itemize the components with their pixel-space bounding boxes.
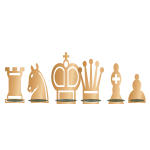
pawn-felt-base xyxy=(130,99,145,102)
queen-felt-base xyxy=(81,99,102,102)
king-felt-base xyxy=(55,99,77,102)
bishop-felt-base xyxy=(107,99,125,102)
pawn-piece: ♟ xyxy=(124,69,150,109)
knight-felt-base xyxy=(28,99,48,102)
rook-felt-base xyxy=(7,99,24,102)
chess-set-photo: ♜ ♞ ♚ ♛ ♝ ♟ xyxy=(0,0,150,150)
